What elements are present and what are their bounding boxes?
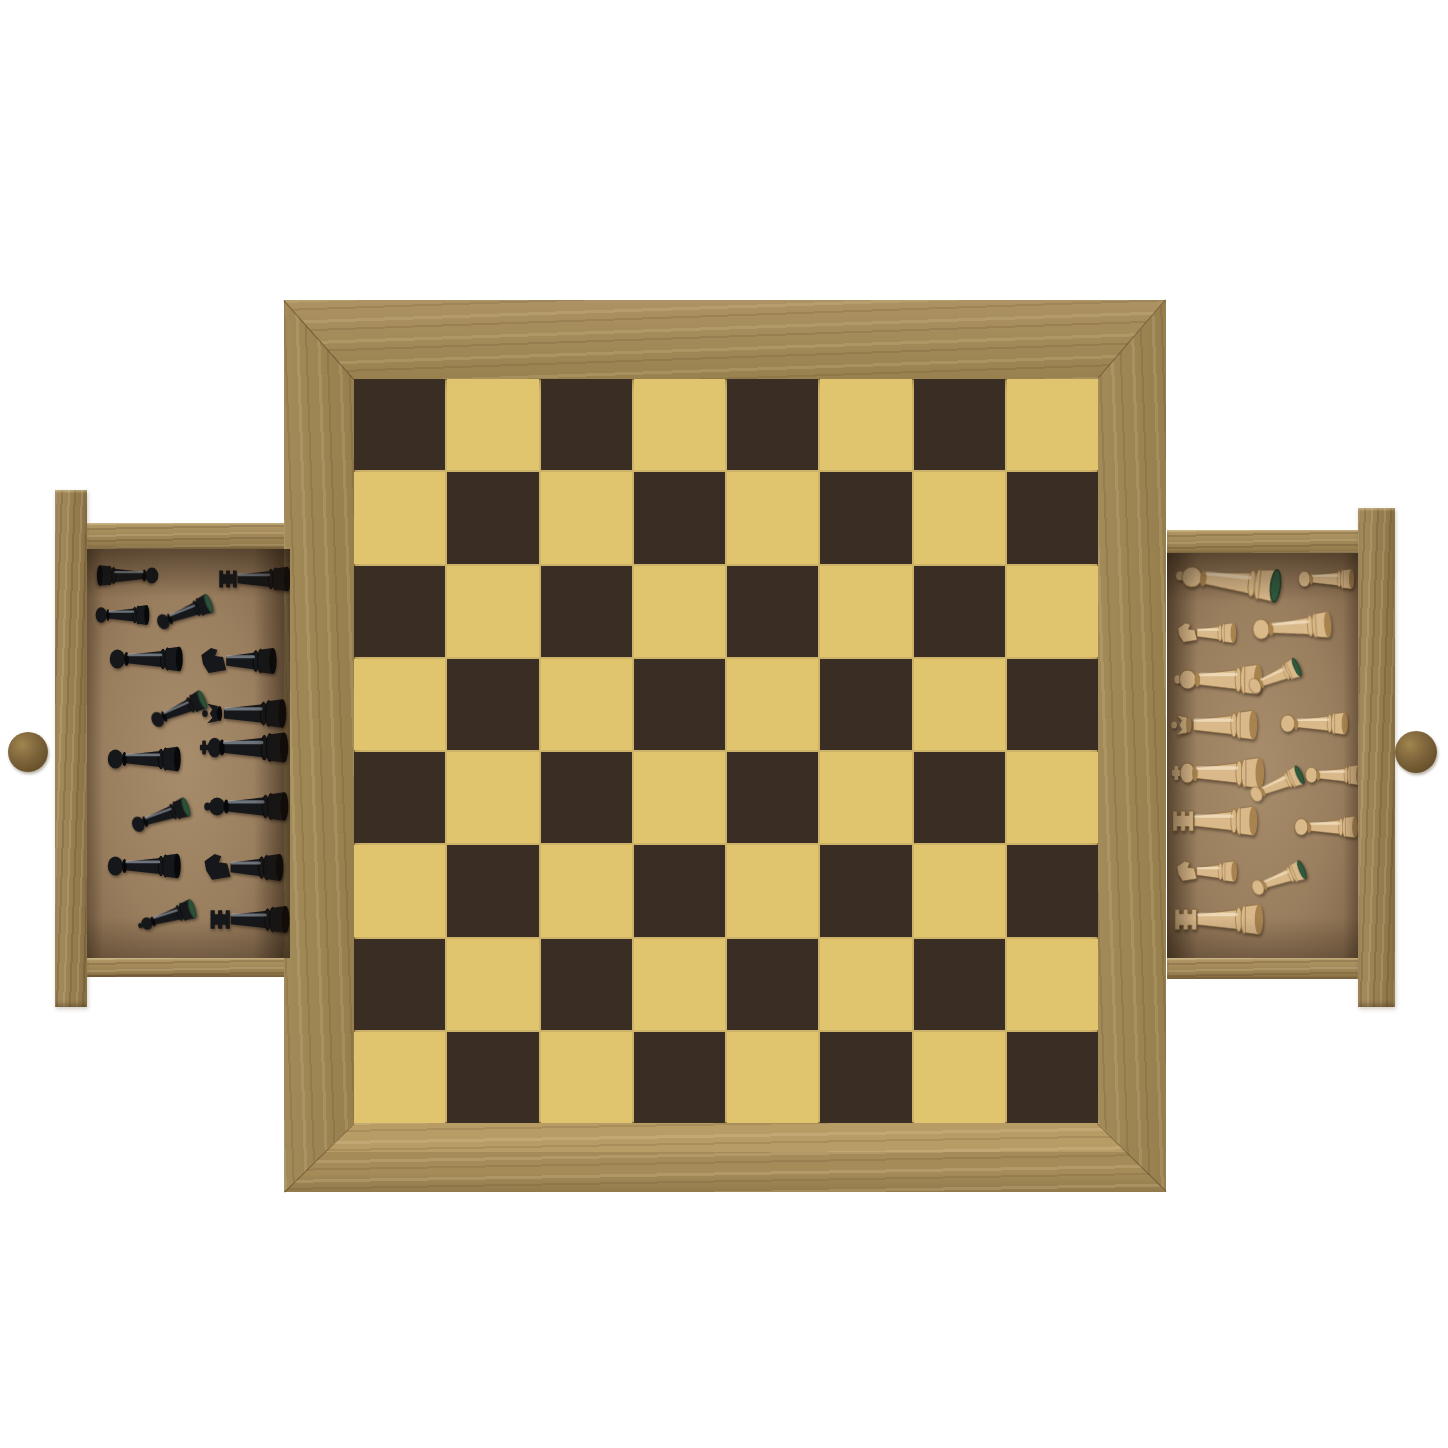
white-knight[interactable]: [1176, 620, 1238, 646]
square-e7[interactable]: [727, 472, 818, 563]
square-f2[interactable]: [820, 939, 911, 1030]
square-c1[interactable]: [541, 1032, 632, 1123]
square-c8[interactable]: [541, 379, 632, 470]
square-b8[interactable]: [447, 379, 538, 470]
square-e8[interactable]: [727, 379, 818, 470]
square-d4[interactable]: [634, 752, 725, 843]
white-pawn[interactable]: [1251, 607, 1335, 647]
square-a5[interactable]: [354, 659, 445, 750]
square-g7[interactable]: [914, 472, 1005, 563]
square-c3[interactable]: [541, 845, 632, 936]
square-h3[interactable]: [1007, 845, 1098, 936]
square-b3[interactable]: [447, 845, 538, 936]
left-drawer-bottom-wall: [87, 958, 290, 977]
square-g3[interactable]: [914, 845, 1005, 936]
square-h4[interactable]: [1007, 752, 1098, 843]
square-g4[interactable]: [914, 752, 1005, 843]
square-h5[interactable]: [1007, 659, 1098, 750]
right-drawer: [1158, 505, 1442, 1007]
black-queen[interactable]: [201, 695, 289, 732]
black-pawn[interactable]: [109, 643, 185, 675]
square-a8[interactable]: [354, 379, 445, 470]
white-knight[interactable]: [1175, 858, 1239, 885]
board-frame-top: [284, 300, 1166, 379]
square-d6[interactable]: [634, 566, 725, 657]
board-grid: [354, 379, 1098, 1123]
black-pawn[interactable]: [107, 743, 183, 775]
square-e4[interactable]: [727, 752, 818, 843]
square-c6[interactable]: [541, 566, 632, 657]
square-d5[interactable]: [634, 659, 725, 750]
square-d2[interactable]: [634, 939, 725, 1030]
square-d3[interactable]: [634, 845, 725, 936]
square-h7[interactable]: [1007, 472, 1098, 563]
board-frame-left: [284, 300, 354, 1192]
square-a3[interactable]: [354, 845, 445, 936]
square-c7[interactable]: [541, 472, 632, 563]
square-b2[interactable]: [447, 939, 538, 1030]
square-b1[interactable]: [447, 1032, 538, 1123]
black-knight[interactable]: [202, 850, 286, 885]
square-b5[interactable]: [447, 659, 538, 750]
square-b4[interactable]: [447, 752, 538, 843]
white-rook[interactable]: [1170, 802, 1260, 840]
black-pawn[interactable]: [152, 590, 217, 637]
square-h1[interactable]: [1007, 1032, 1098, 1123]
square-e6[interactable]: [727, 566, 818, 657]
square-f7[interactable]: [820, 472, 911, 563]
black-bishop[interactable]: [203, 788, 290, 825]
square-a6[interactable]: [354, 566, 445, 657]
white-rook[interactable]: [1172, 900, 1266, 939]
square-a4[interactable]: [354, 752, 445, 843]
white-pawn[interactable]: [1298, 566, 1356, 592]
left-drawer-knob[interactable]: [8, 732, 48, 772]
square-f6[interactable]: [820, 566, 911, 657]
square-c4[interactable]: [541, 752, 632, 843]
square-b6[interactable]: [447, 566, 538, 657]
black-bishop[interactable]: [134, 895, 201, 939]
white-pawn[interactable]: [1247, 856, 1311, 902]
black-pawn[interactable]: [95, 602, 151, 628]
white-pawn[interactable]: [1294, 813, 1358, 841]
black-pawn[interactable]: [107, 850, 183, 882]
square-e2[interactable]: [727, 939, 818, 1030]
right-drawer-knob[interactable]: [1395, 731, 1437, 773]
right-drawer-pieces: [1167, 553, 1358, 958]
square-a7[interactable]: [354, 472, 445, 563]
square-c5[interactable]: [541, 659, 632, 750]
square-f4[interactable]: [820, 752, 911, 843]
square-a1[interactable]: [354, 1032, 445, 1123]
board-frame-right: [1098, 300, 1166, 1192]
square-g1[interactable]: [914, 1032, 1005, 1123]
square-d8[interactable]: [634, 379, 725, 470]
square-a2[interactable]: [354, 939, 445, 1030]
square-g2[interactable]: [914, 939, 1005, 1030]
black-rook[interactable]: [217, 563, 290, 595]
white-bishop[interactable]: [1172, 554, 1286, 607]
chess-set-photo: { "game": "chess", "scene": "overhead vi…: [0, 0, 1448, 1448]
white-pawn[interactable]: [1280, 709, 1350, 738]
white-queen[interactable]: [1170, 706, 1260, 744]
right-drawer-bottom-wall: [1167, 958, 1358, 979]
square-h2[interactable]: [1007, 939, 1098, 1030]
square-f1[interactable]: [820, 1032, 911, 1123]
left-drawer-top-wall: [87, 523, 290, 549]
right-drawer-top-wall: [1167, 530, 1358, 554]
black-rook[interactable]: [208, 902, 290, 937]
black-pawn[interactable]: [95, 562, 159, 589]
white-pawn[interactable]: [1305, 762, 1358, 788]
left-drawer-pieces: [87, 549, 290, 958]
left-drawer: [8, 488, 290, 1008]
square-b7[interactable]: [447, 472, 538, 563]
square-g6[interactable]: [914, 566, 1005, 657]
square-g5[interactable]: [914, 659, 1005, 750]
square-f8[interactable]: [820, 379, 911, 470]
square-f3[interactable]: [820, 845, 911, 936]
black-knight[interactable]: [199, 644, 279, 678]
square-h6[interactable]: [1007, 566, 1098, 657]
square-c2[interactable]: [541, 939, 632, 1030]
square-e1[interactable]: [727, 1032, 818, 1123]
left-drawer-front-panel[interactable]: [55, 490, 87, 1007]
square-f5[interactable]: [820, 659, 911, 750]
square-d1[interactable]: [634, 1032, 725, 1123]
black-king[interactable]: [199, 728, 290, 767]
right-drawer-front-panel[interactable]: [1358, 508, 1395, 1007]
square-e5[interactable]: [727, 659, 818, 750]
square-g8[interactable]: [914, 379, 1005, 470]
black-pawn[interactable]: [127, 793, 194, 839]
square-e3[interactable]: [727, 845, 818, 936]
board-frame-bottom: [284, 1123, 1166, 1192]
square-h8[interactable]: [1007, 379, 1098, 470]
chess-board: [284, 300, 1166, 1192]
square-d7[interactable]: [634, 472, 725, 563]
